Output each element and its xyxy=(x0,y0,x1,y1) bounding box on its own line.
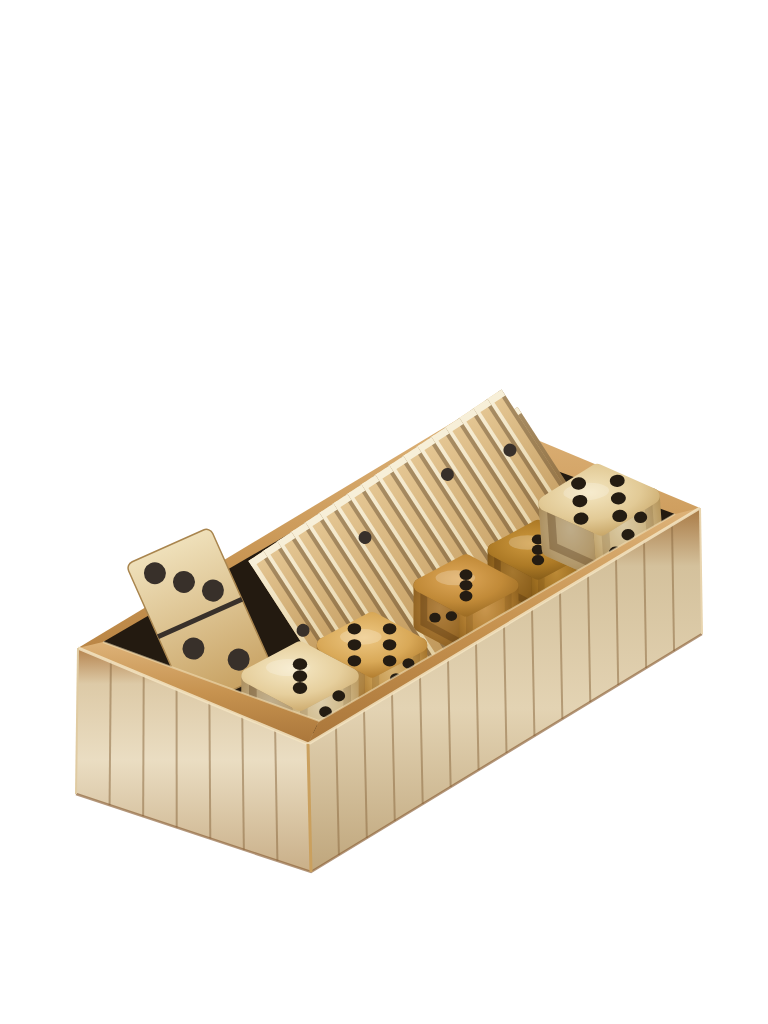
product-photo xyxy=(0,0,768,1024)
games-box-scene xyxy=(0,0,768,1024)
